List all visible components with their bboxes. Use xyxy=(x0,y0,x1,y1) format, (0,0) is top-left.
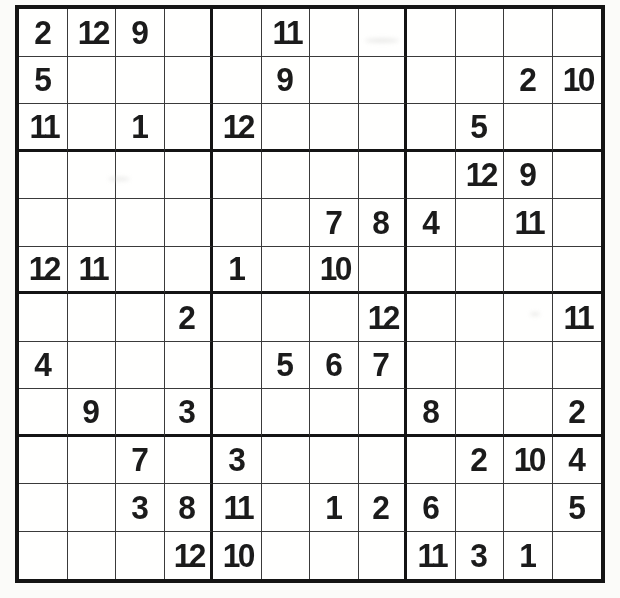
cell-r9c7[interactable] xyxy=(310,389,359,437)
cell-r8c8[interactable]: 7 xyxy=(359,342,408,390)
cell-r11c3[interactable]: 3 xyxy=(116,484,165,532)
cell-r11c1[interactable] xyxy=(19,484,68,532)
cell-r7c6[interactable] xyxy=(262,294,311,342)
cell-r5c5[interactable] xyxy=(213,199,262,247)
cell-r9c6[interactable] xyxy=(262,389,311,437)
given-digit: 11 xyxy=(30,110,59,143)
cell-r2c12[interactable]: 10 xyxy=(553,57,602,105)
cell-r5c8[interactable]: 8 xyxy=(359,199,408,247)
cell-r8c10[interactable] xyxy=(456,342,505,390)
cell-r11c7[interactable]: 1 xyxy=(310,484,359,532)
cell-r12c11[interactable]: 1 xyxy=(504,532,553,580)
cell-r7c8[interactable]: 12 xyxy=(359,294,408,342)
given-digit: 2 xyxy=(568,395,586,428)
cell-r7c5[interactable] xyxy=(213,294,262,342)
cell-r5c11[interactable]: 11 xyxy=(504,199,553,247)
cell-r3c3[interactable]: 1 xyxy=(116,104,165,152)
cell-r12c5[interactable]: 10 xyxy=(213,532,262,580)
cell-r3c10[interactable]: 5 xyxy=(456,104,505,152)
cell-r9c1[interactable] xyxy=(19,389,68,437)
cell-r2c1[interactable]: 5 xyxy=(19,57,68,105)
cell-r6c6[interactable] xyxy=(262,247,311,295)
cell-r5c4[interactable] xyxy=(165,199,214,247)
cell-r1c4[interactable] xyxy=(165,9,214,57)
given-digit: 3 xyxy=(228,443,246,476)
cell-r12c8[interactable] xyxy=(359,532,408,580)
given-digit: 10 xyxy=(320,252,350,285)
cell-r8c5[interactable] xyxy=(213,342,262,390)
cell-r2c10[interactable] xyxy=(456,57,505,105)
given-digit: 1 xyxy=(228,252,246,285)
cell-r6c1[interactable]: 12 xyxy=(19,247,68,295)
given-digit: 10 xyxy=(223,539,253,572)
cell-r7c12[interactable]: 11 xyxy=(553,294,602,342)
cell-r2c4[interactable] xyxy=(165,57,214,105)
cell-r9c11[interactable] xyxy=(504,389,553,437)
cell-r11c11[interactable] xyxy=(504,484,553,532)
cell-r11c5[interactable]: 11 xyxy=(213,484,262,532)
given-digit: 6 xyxy=(422,491,440,524)
cell-r2c7[interactable] xyxy=(310,57,359,105)
cell-r5c7[interactable]: 7 xyxy=(310,199,359,247)
cell-r8c12[interactable] xyxy=(553,342,602,390)
given-digit: 5 xyxy=(568,491,586,524)
cell-r6c4[interactable] xyxy=(165,247,214,295)
cell-r10c11[interactable]: 10 xyxy=(504,437,553,485)
cell-r10c12[interactable]: 4 xyxy=(553,437,602,485)
cell-r12c9[interactable]: 11 xyxy=(407,532,456,580)
cell-r1c1[interactable]: 2 xyxy=(19,9,68,57)
cell-r1c5[interactable] xyxy=(213,9,262,57)
given-digit: 12 xyxy=(29,252,59,285)
given-digit: 12 xyxy=(367,301,397,334)
cell-r1c9[interactable] xyxy=(407,9,456,57)
cell-r1c7[interactable] xyxy=(310,9,359,57)
cell-r12c12[interactable] xyxy=(553,532,602,580)
cell-r3c1[interactable]: 11 xyxy=(19,104,68,152)
cell-r10c6[interactable] xyxy=(262,437,311,485)
cell-r1c10[interactable] xyxy=(456,9,505,57)
cell-r11c4[interactable]: 8 xyxy=(165,484,214,532)
given-digit: 9 xyxy=(519,158,537,191)
given-digit: 6 xyxy=(325,348,343,381)
cell-r3c8[interactable] xyxy=(359,104,408,152)
given-digit: 1 xyxy=(325,491,343,524)
cell-r4c12[interactable] xyxy=(553,152,602,200)
cell-r5c1[interactable] xyxy=(19,199,68,247)
given-digit: 9 xyxy=(131,16,149,49)
cell-r8c4[interactable] xyxy=(165,342,214,390)
cell-r6c2[interactable]: 11 xyxy=(68,247,117,295)
given-digit: 12 xyxy=(465,158,495,191)
cell-r3c2[interactable] xyxy=(68,104,117,152)
cell-r4c5[interactable] xyxy=(213,152,262,200)
given-digit: 2 xyxy=(34,16,52,49)
given-digit: 10 xyxy=(514,443,544,476)
given-digit: 3 xyxy=(131,491,149,524)
cell-r5c3[interactable] xyxy=(116,199,165,247)
given-digit: 9 xyxy=(82,395,100,428)
cell-r10c2[interactable] xyxy=(68,437,117,485)
cell-r10c5[interactable]: 3 xyxy=(213,437,262,485)
cell-r1c8[interactable] xyxy=(359,9,408,57)
cell-r8c11[interactable] xyxy=(504,342,553,390)
cell-r11c9[interactable]: 6 xyxy=(407,484,456,532)
cell-r11c8[interactable]: 2 xyxy=(359,484,408,532)
cell-r4c3[interactable] xyxy=(116,152,165,200)
cell-r6c7[interactable]: 10 xyxy=(310,247,359,295)
cell-r12c1[interactable] xyxy=(19,532,68,580)
cell-r4c11[interactable]: 9 xyxy=(504,152,553,200)
cell-r12c3[interactable] xyxy=(116,532,165,580)
given-digit: 5 xyxy=(470,110,488,143)
cell-r5c6[interactable] xyxy=(262,199,311,247)
cell-r8c1[interactable]: 4 xyxy=(19,342,68,390)
given-digit: 12 xyxy=(223,110,253,143)
cell-r7c3[interactable] xyxy=(116,294,165,342)
cell-r7c10[interactable] xyxy=(456,294,505,342)
cell-r9c8[interactable] xyxy=(359,389,408,437)
cell-r11c10[interactable] xyxy=(456,484,505,532)
cell-r3c7[interactable] xyxy=(310,104,359,152)
cell-r7c4[interactable]: 2 xyxy=(165,294,214,342)
cell-r7c9[interactable] xyxy=(407,294,456,342)
cell-r3c12[interactable] xyxy=(553,104,602,152)
given-digit: 3 xyxy=(470,539,488,572)
cell-r4c4[interactable] xyxy=(165,152,214,200)
cell-r5c10[interactable] xyxy=(456,199,505,247)
cell-r1c3[interactable]: 9 xyxy=(116,9,165,57)
cell-r3c9[interactable] xyxy=(407,104,456,152)
given-digit: 11 xyxy=(515,206,544,239)
given-digit: 4 xyxy=(568,443,586,476)
cell-r6c9[interactable] xyxy=(407,247,456,295)
given-digit: 11 xyxy=(418,539,447,572)
cell-r9c5[interactable] xyxy=(213,389,262,437)
cell-r12c7[interactable] xyxy=(310,532,359,580)
cell-r2c9[interactable] xyxy=(407,57,456,105)
cell-r1c11[interactable] xyxy=(504,9,553,57)
cell-r10c1[interactable] xyxy=(19,437,68,485)
cell-r2c2[interactable] xyxy=(68,57,117,105)
given-digit: 7 xyxy=(131,443,149,476)
cell-r3c6[interactable] xyxy=(262,104,311,152)
given-digit: 1 xyxy=(519,539,537,572)
cell-r9c2[interactable]: 9 xyxy=(68,389,117,437)
cell-r7c2[interactable] xyxy=(68,294,117,342)
given-digit: 4 xyxy=(422,206,440,239)
cell-r12c10[interactable]: 3 xyxy=(456,532,505,580)
cell-r4c7[interactable] xyxy=(310,152,359,200)
given-digit: 5 xyxy=(276,348,294,381)
given-digit: 1 xyxy=(131,110,149,143)
cell-r9c3[interactable] xyxy=(116,389,165,437)
cell-r9c10[interactable] xyxy=(456,389,505,437)
cell-r6c5[interactable]: 1 xyxy=(213,247,262,295)
given-digit: 11 xyxy=(272,16,301,49)
cell-r8c3[interactable] xyxy=(116,342,165,390)
cell-r3c11[interactable] xyxy=(504,104,553,152)
cell-r9c12[interactable]: 2 xyxy=(553,389,602,437)
cell-r2c6[interactable]: 9 xyxy=(262,57,311,105)
given-digit: 5 xyxy=(34,63,52,96)
cell-r1c6[interactable]: 11 xyxy=(262,9,311,57)
given-digit: 2 xyxy=(470,443,488,476)
given-digit: 12 xyxy=(77,16,107,49)
cell-r8c7[interactable]: 6 xyxy=(310,342,359,390)
cell-r6c11[interactable] xyxy=(504,247,553,295)
given-digit: 10 xyxy=(563,63,593,96)
cell-r3c4[interactable] xyxy=(165,104,214,152)
cell-r11c2[interactable] xyxy=(68,484,117,532)
given-digit: 8 xyxy=(372,206,390,239)
cell-r12c2[interactable] xyxy=(68,532,117,580)
cell-r8c9[interactable] xyxy=(407,342,456,390)
cell-r10c3[interactable]: 7 xyxy=(116,437,165,485)
cell-r10c4[interactable] xyxy=(165,437,214,485)
given-digit: 2 xyxy=(519,63,537,96)
cell-r1c12[interactable] xyxy=(553,9,602,57)
cell-r2c3[interactable] xyxy=(116,57,165,105)
cell-r4c10[interactable]: 12 xyxy=(456,152,505,200)
cell-r6c10[interactable] xyxy=(456,247,505,295)
given-digit: 7 xyxy=(325,206,343,239)
cell-r7c7[interactable] xyxy=(310,294,359,342)
cell-r4c9[interactable] xyxy=(407,152,456,200)
cell-r11c12[interactable]: 5 xyxy=(553,484,602,532)
given-digit: 11 xyxy=(224,491,253,524)
cell-r4c8[interactable] xyxy=(359,152,408,200)
given-digit: 8 xyxy=(178,491,196,524)
cell-r7c11[interactable] xyxy=(504,294,553,342)
cell-r6c12[interactable] xyxy=(553,247,602,295)
cell-r2c11[interactable]: 2 xyxy=(504,57,553,105)
given-digit: 2 xyxy=(372,491,390,524)
cell-r8c6[interactable]: 5 xyxy=(262,342,311,390)
cell-r5c9[interactable]: 4 xyxy=(407,199,456,247)
given-digit: 11 xyxy=(78,252,107,285)
cell-r10c9[interactable] xyxy=(407,437,456,485)
cell-r6c3[interactable] xyxy=(116,247,165,295)
cell-r12c6[interactable] xyxy=(262,532,311,580)
cell-r2c8[interactable] xyxy=(359,57,408,105)
cell-r9c9[interactable]: 8 xyxy=(407,389,456,437)
given-digit: 8 xyxy=(422,395,440,428)
cell-r7c1[interactable] xyxy=(19,294,68,342)
cell-r9c4[interactable]: 3 xyxy=(165,389,214,437)
given-digit: 12 xyxy=(173,539,203,572)
given-digit: 2 xyxy=(178,301,196,334)
sudoku-board: 2129115921011112512978411121111021211456… xyxy=(15,5,605,583)
cell-r12c4[interactable]: 12 xyxy=(165,532,214,580)
cell-r8c2[interactable] xyxy=(68,342,117,390)
given-digit: 4 xyxy=(34,348,52,381)
cell-r2c5[interactable] xyxy=(213,57,262,105)
given-digit: 11 xyxy=(564,301,593,334)
given-digit: 3 xyxy=(178,395,196,428)
cell-r5c2[interactable] xyxy=(68,199,117,247)
cell-r4c2[interactable] xyxy=(68,152,117,200)
cell-r3c5[interactable]: 12 xyxy=(213,104,262,152)
cell-r11c6[interactable] xyxy=(262,484,311,532)
cell-r10c7[interactable] xyxy=(310,437,359,485)
cell-r5c12[interactable] xyxy=(553,199,602,247)
cell-r4c6[interactable] xyxy=(262,152,311,200)
given-digit: 7 xyxy=(372,348,390,381)
cell-r4c1[interactable] xyxy=(19,152,68,200)
cell-r10c8[interactable] xyxy=(359,437,408,485)
cell-r1c2[interactable]: 12 xyxy=(68,9,117,57)
cell-r10c10[interactable]: 2 xyxy=(456,437,505,485)
given-digit: 9 xyxy=(276,63,294,96)
cell-r6c8[interactable] xyxy=(359,247,408,295)
